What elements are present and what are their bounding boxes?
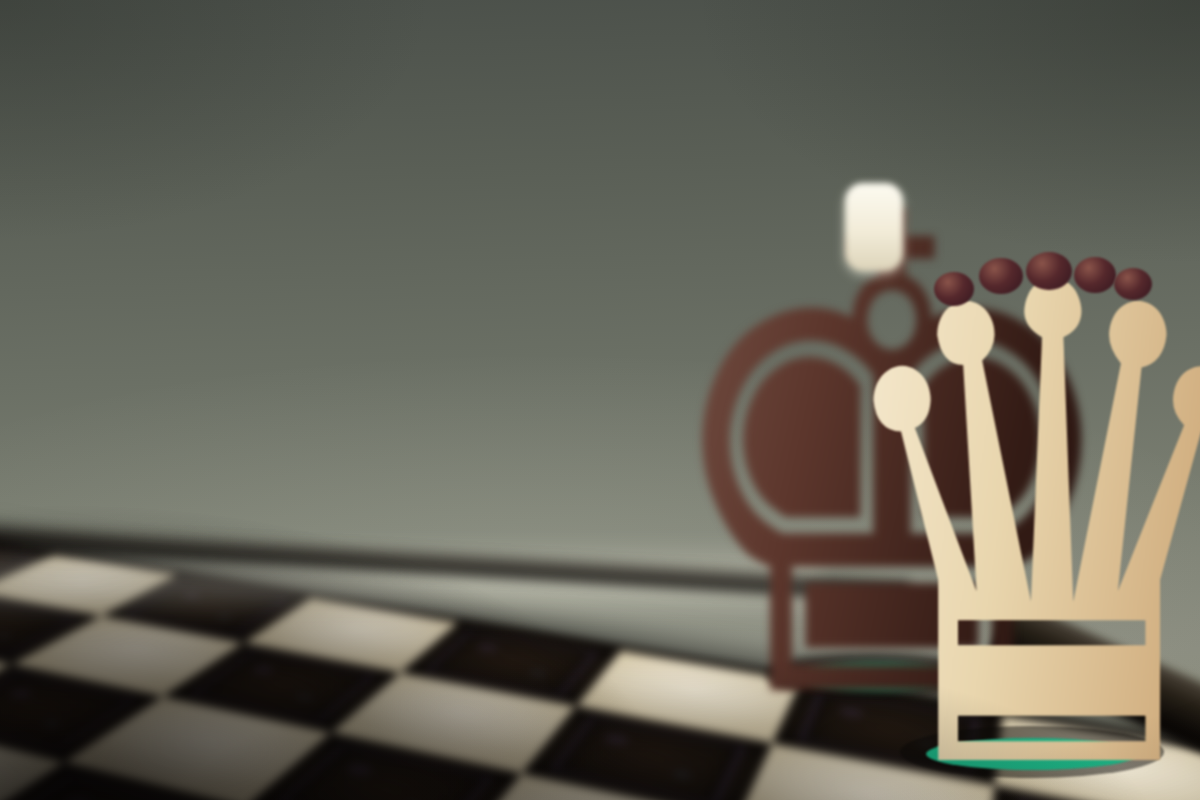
- queen-crown-bead: [1026, 252, 1072, 290]
- queen-crown-bead: [1114, 268, 1152, 300]
- queen-crown-bead: [934, 272, 974, 306]
- queen-crown-bead: [1074, 257, 1116, 293]
- queen-crown-bead: [979, 258, 1023, 294]
- chess-photo-scene: ♚ ♛: [0, 0, 1200, 800]
